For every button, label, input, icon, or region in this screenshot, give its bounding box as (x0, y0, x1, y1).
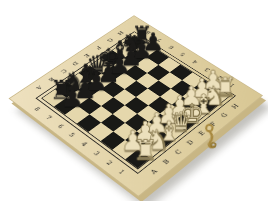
square-c6 (89, 89, 112, 106)
product-photo: ABCDEFGH ABCDEFGH 12345678 12345678 ♜♞♝♛… (0, 0, 268, 201)
coordinate-label: 1 (110, 164, 132, 181)
square-a1: ♜ (125, 149, 150, 168)
chess-board: ABCDEFGH ABCDEFGH 12345678 12345678 ♜♞♝♛… (9, 15, 264, 197)
square-h7: ♟ (135, 43, 157, 58)
coordinate-label: 8 (27, 102, 48, 117)
coordinate-label: 2 (98, 155, 120, 172)
square-g3 (170, 80, 193, 96)
coordinate-label: 7 (38, 110, 59, 125)
square-a7: ♟ (54, 98, 78, 115)
square-f1: ♝ (184, 105, 208, 122)
square-c7: ♟ (78, 81, 101, 97)
square-e6 (113, 73, 136, 89)
coordinate-label: 3 (85, 145, 107, 161)
coordinate-label: 5 (61, 127, 82, 143)
chess-set: ABCDEFGH ABCDEFGH 12345678 12345678 ♜♞♝♛… (46, 7, 226, 187)
coordinate-label: 6 (49, 119, 70, 134)
square-f2: ♟ (172, 96, 196, 113)
coordinate-label: 1 (223, 78, 243, 92)
coordinate-label: 4 (73, 136, 94, 152)
